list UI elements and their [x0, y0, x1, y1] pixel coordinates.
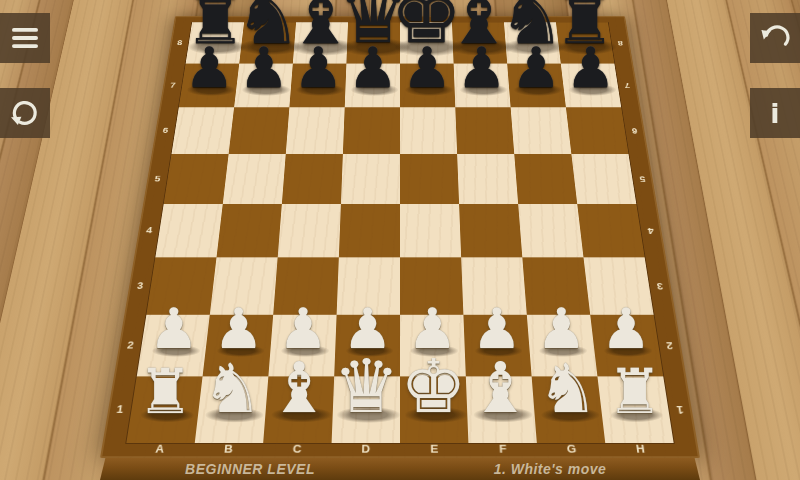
square-b5[interactable]: [223, 154, 286, 204]
move-status-text: 1. White's move: [494, 461, 607, 477]
rank-label-left-1: 1: [107, 403, 132, 415]
square-a4[interactable]: [155, 204, 222, 257]
square-a5[interactable]: [164, 154, 229, 204]
square-f6[interactable]: [455, 107, 514, 154]
square-c4[interactable]: [278, 204, 341, 257]
piece-white-queen-d1[interactable]: ♛: [333, 349, 399, 423]
square-g6[interactable]: [511, 107, 572, 154]
square-h4[interactable]: [577, 204, 644, 257]
front-right-half: 1. White's move: [400, 458, 700, 480]
rotate-button[interactable]: [0, 88, 50, 138]
file-label-b: B: [193, 443, 263, 458]
piece-black-pawn-h7[interactable]: ♟: [565, 40, 615, 96]
rank-label-left-4: 4: [138, 225, 160, 234]
file-label-c: C: [262, 443, 332, 458]
piece-white-pawn-h2[interactable]: ♟: [601, 302, 651, 358]
rank-label-left-7: 7: [163, 81, 183, 89]
piece-white-pawn-a2[interactable]: ♟: [149, 302, 199, 358]
hamburger-menu-icon: [10, 23, 40, 53]
rank-label-left-3: 3: [128, 280, 151, 290]
piece-black-pawn-g7[interactable]: ♟: [511, 40, 561, 96]
piece-white-knight-g1[interactable]: ♞: [537, 355, 598, 423]
square-g4[interactable]: [518, 204, 583, 257]
chess-app: 88A77B66C55D44E33F22G11H ♜♞♝♛♚♝♞♜♟♟♟♟♟♟♟…: [0, 0, 800, 480]
square-d4[interactable]: [339, 204, 400, 257]
piece-black-pawn-a7[interactable]: ♟: [184, 40, 234, 96]
piece-black-pawn-c7[interactable]: ♟: [293, 40, 343, 96]
piece-black-pawn-f7[interactable]: ♟: [457, 40, 507, 96]
rank-label-right-5: 5: [632, 174, 654, 183]
rank-label-left-2: 2: [118, 340, 142, 351]
square-d6[interactable]: [343, 107, 400, 154]
piece-black-pawn-b7[interactable]: ♟: [239, 40, 289, 96]
rotate-ccw-icon: [8, 96, 42, 130]
square-c6[interactable]: [286, 107, 345, 154]
file-label-a: A: [124, 443, 195, 458]
square-f5[interactable]: [457, 154, 518, 204]
rank-label-left-5: 5: [147, 174, 169, 183]
piece-white-rook-h1[interactable]: ♜: [607, 360, 663, 422]
square-a6[interactable]: [171, 107, 234, 154]
piece-white-king-e1[interactable]: ♚: [400, 349, 466, 423]
piece-black-pawn-e7[interactable]: ♟: [402, 40, 452, 96]
info-icon: i: [770, 100, 779, 127]
square-f4[interactable]: [459, 204, 522, 257]
file-label-h: H: [605, 443, 676, 458]
undo-arrow-icon: [758, 21, 792, 55]
square-d5[interactable]: [341, 154, 400, 204]
board-front-panel: BEGINNER LEVEL 1. White's move: [100, 458, 700, 480]
undo-button[interactable]: [750, 13, 800, 63]
rank-label-left-6: 6: [155, 126, 176, 134]
rank-label-right-2: 2: [657, 340, 681, 351]
square-c5[interactable]: [282, 154, 343, 204]
square-b4[interactable]: [217, 204, 282, 257]
square-b6[interactable]: [229, 107, 290, 154]
menu-button[interactable]: [0, 13, 50, 63]
front-left-half: BEGINNER LEVEL: [100, 458, 400, 480]
square-e5[interactable]: [400, 154, 459, 204]
info-button[interactable]: i: [750, 88, 800, 138]
rank-label-right-3: 3: [648, 280, 671, 290]
file-label-d: D: [331, 443, 400, 458]
rank-label-right-1: 1: [667, 403, 692, 415]
rank-label-right-6: 6: [624, 126, 645, 134]
square-e4[interactable]: [400, 204, 461, 257]
file-label-g: G: [537, 443, 607, 458]
piece-white-bishop-c1[interactable]: ♝: [268, 353, 331, 423]
piece-white-knight-b1[interactable]: ♞: [202, 355, 263, 423]
level-status-text: BEGINNER LEVEL: [185, 461, 315, 477]
square-h5[interactable]: [571, 154, 636, 204]
square-g5[interactable]: [514, 154, 577, 204]
piece-black-pawn-d7[interactable]: ♟: [348, 40, 398, 96]
rank-label-right-7: 7: [617, 81, 637, 89]
piece-white-rook-a1[interactable]: ♜: [137, 360, 193, 422]
piece-white-bishop-f1[interactable]: ♝: [469, 353, 532, 423]
file-label-f: F: [468, 443, 538, 458]
rank-label-right-4: 4: [640, 225, 662, 234]
square-e6[interactable]: [400, 107, 457, 154]
square-h6[interactable]: [566, 107, 629, 154]
file-label-e: E: [400, 443, 469, 458]
